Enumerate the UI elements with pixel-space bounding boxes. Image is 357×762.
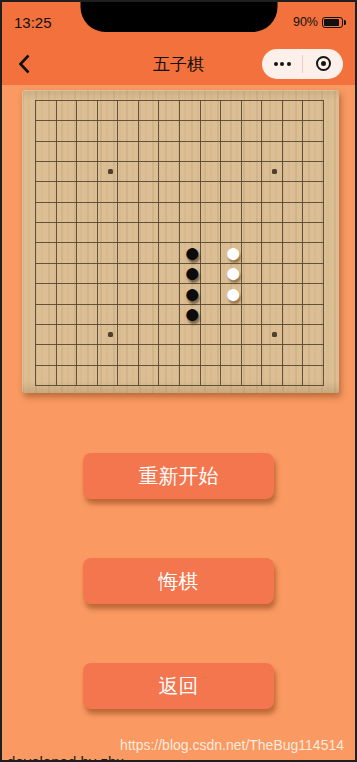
star-point <box>108 332 113 337</box>
star-point <box>272 332 277 337</box>
undo-button[interactable]: 悔棋 <box>83 558 274 604</box>
star-point <box>108 169 113 174</box>
miniprogram-capsule <box>262 49 343 79</box>
return-button[interactable]: 返回 <box>83 663 274 709</box>
circle-dot-icon <box>316 56 331 71</box>
gomoku-board[interactable]: ●●●●●●● <box>22 90 339 393</box>
phone-frame: 13:25 90% 五子棋 <box>0 0 357 762</box>
restart-button[interactable]: 重新开始 <box>83 453 274 499</box>
battery-indicator: 90% <box>293 15 343 29</box>
watermark-url: https://blog.csdn.net/TheBug114514 <box>120 737 344 753</box>
menu-dots-button[interactable] <box>262 49 302 79</box>
battery-icon <box>322 17 343 28</box>
battery-percent: 90% <box>293 15 318 29</box>
white-stone: ● <box>223 283 245 305</box>
page-title: 五子棋 <box>153 52 204 75</box>
chevron-left-icon <box>18 54 30 74</box>
action-button-group: 重新开始 悔棋 返回 <box>2 453 355 709</box>
back-button[interactable] <box>12 51 36 77</box>
three-dots-icon <box>274 62 291 66</box>
nav-bar: 五子棋 <box>2 42 355 85</box>
star-point <box>272 169 277 174</box>
battery-fill <box>324 19 339 26</box>
black-stone: ● <box>181 303 203 325</box>
credit-text: developed by zhx <box>7 753 124 762</box>
battery-nub <box>344 20 347 25</box>
phone-notch <box>80 2 277 32</box>
home-button[interactable] <box>303 49 343 79</box>
board-lines: ●●●●●●● <box>35 100 324 386</box>
clock-text: 13:25 <box>14 14 52 31</box>
board-grid: ●●●●●●● <box>38 100 346 405</box>
